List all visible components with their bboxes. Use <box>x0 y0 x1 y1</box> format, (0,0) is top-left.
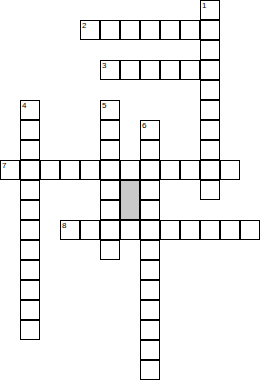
cell-5-1[interactable] <box>100 20 120 40</box>
cell-1-10[interactable] <box>20 200 40 220</box>
cell-7-9[interactable] <box>140 180 160 200</box>
clue-number-3: 3 <box>102 61 106 70</box>
cell-7-8[interactable] <box>140 160 160 180</box>
cell-1-6[interactable] <box>20 120 40 140</box>
cell-7-14[interactable] <box>140 280 160 300</box>
clue-number-6: 6 <box>142 121 146 130</box>
cell-6-3[interactable] <box>120 60 140 80</box>
cell-7-13[interactable] <box>140 260 160 280</box>
cell-10-7[interactable] <box>200 140 220 160</box>
clue-number-4: 4 <box>22 101 26 110</box>
cell-8-1[interactable] <box>160 20 180 40</box>
cell-5-11[interactable] <box>100 220 120 240</box>
cell-10-2[interactable] <box>200 40 220 60</box>
cell-6-8[interactable] <box>120 160 140 180</box>
cell-7-7[interactable] <box>140 140 160 160</box>
clue-number-7: 7 <box>2 161 6 170</box>
cell-1-12[interactable] <box>20 240 40 260</box>
cell-5-9[interactable] <box>100 180 120 200</box>
clue-number-8: 8 <box>62 221 66 230</box>
cell-6-1[interactable] <box>120 20 140 40</box>
cell-10-3[interactable] <box>200 60 220 80</box>
cell-4-1[interactable]: 2 <box>80 20 100 40</box>
cell-1-9[interactable] <box>20 180 40 200</box>
cell-11-11[interactable] <box>220 220 240 240</box>
cell-1-8[interactable] <box>20 160 40 180</box>
cell-9-1[interactable] <box>180 20 200 40</box>
cell-1-11[interactable] <box>20 220 40 240</box>
cell-5-6[interactable] <box>100 120 120 140</box>
cell-3-8[interactable] <box>60 160 80 180</box>
cell-9-8[interactable] <box>180 160 200 180</box>
cell-10-1[interactable] <box>200 20 220 40</box>
cell-4-11[interactable] <box>80 220 100 240</box>
cell-12-11[interactable] <box>240 220 260 240</box>
cell-1-14[interactable] <box>20 280 40 300</box>
cell-6-11[interactable] <box>120 220 140 240</box>
cell-7-18[interactable] <box>140 360 160 380</box>
cell-7-12[interactable] <box>140 240 160 260</box>
crossword-board: 12345678 <box>0 0 261 381</box>
clue-number-2: 2 <box>82 21 86 30</box>
cell-8-3[interactable] <box>160 60 180 80</box>
clue-number-5: 5 <box>102 101 106 110</box>
cell-10-8[interactable] <box>200 160 220 180</box>
cell-1-15[interactable] <box>20 300 40 320</box>
cell-7-17[interactable] <box>140 340 160 360</box>
cell-7-3[interactable] <box>140 60 160 80</box>
cell-5-10[interactable] <box>100 200 120 220</box>
cell-10-11[interactable] <box>200 220 220 240</box>
cell-7-15[interactable] <box>140 300 160 320</box>
cell-4-8[interactable] <box>80 160 100 180</box>
cell-11-8[interactable] <box>220 160 240 180</box>
cell-7-1[interactable] <box>140 20 160 40</box>
cell-10-6[interactable] <box>200 120 220 140</box>
cell-10-4[interactable] <box>200 80 220 100</box>
shaded-cell[interactable] <box>120 180 140 220</box>
cell-5-12[interactable] <box>100 240 120 260</box>
cell-1-7[interactable] <box>20 140 40 160</box>
cell-8-8[interactable] <box>160 160 180 180</box>
clue-number-1: 1 <box>202 1 206 10</box>
cell-7-6[interactable]: 6 <box>140 120 160 140</box>
cell-0-8[interactable]: 7 <box>0 160 20 180</box>
cell-8-11[interactable] <box>160 220 180 240</box>
cell-1-16[interactable] <box>20 320 40 340</box>
cell-5-7[interactable] <box>100 140 120 160</box>
cell-9-11[interactable] <box>180 220 200 240</box>
cell-7-10[interactable] <box>140 200 160 220</box>
cell-9-3[interactable] <box>180 60 200 80</box>
cell-1-13[interactable] <box>20 260 40 280</box>
cell-3-11[interactable]: 8 <box>60 220 80 240</box>
cell-5-3[interactable]: 3 <box>100 60 120 80</box>
cell-5-8[interactable] <box>100 160 120 180</box>
cell-7-11[interactable] <box>140 220 160 240</box>
cell-10-9[interactable] <box>200 180 220 200</box>
cell-5-5[interactable]: 5 <box>100 100 120 120</box>
cell-1-5[interactable]: 4 <box>20 100 40 120</box>
cell-2-8[interactable] <box>40 160 60 180</box>
cell-7-16[interactable] <box>140 320 160 340</box>
cell-10-0[interactable]: 1 <box>200 0 220 20</box>
cell-10-5[interactable] <box>200 100 220 120</box>
